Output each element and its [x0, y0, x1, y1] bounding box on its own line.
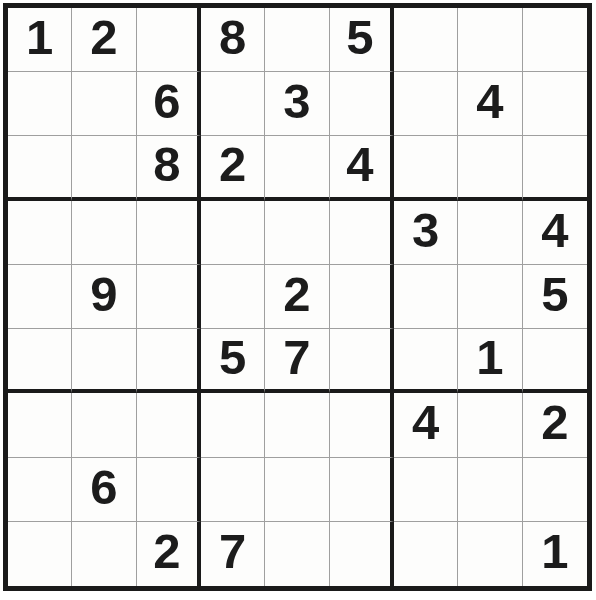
cell-r9c7[interactable] — [394, 522, 458, 586]
cell-r3c9[interactable] — [523, 136, 587, 200]
cell-r6c8[interactable]: 1 — [458, 329, 522, 393]
cell-r3c4[interactable]: 2 — [201, 136, 265, 200]
cell-r4c4[interactable] — [201, 201, 265, 265]
cell-r7c5[interactable] — [265, 393, 329, 457]
cell-r5c3[interactable] — [137, 265, 201, 329]
cell-r1c5[interactable] — [265, 8, 329, 72]
cell-r5c8[interactable] — [458, 265, 522, 329]
cell-r1c1[interactable]: 1 — [8, 8, 72, 72]
cell-r7c1[interactable] — [8, 393, 72, 457]
cell-r1c6[interactable]: 5 — [330, 8, 394, 72]
cell-r9c3[interactable]: 2 — [137, 522, 201, 586]
cell-r2c1[interactable] — [8, 72, 72, 136]
cell-r7c8[interactable] — [458, 393, 522, 457]
cell-r9c9[interactable]: 1 — [523, 522, 587, 586]
cell-r2c5[interactable]: 3 — [265, 72, 329, 136]
cell-r2c8[interactable]: 4 — [458, 72, 522, 136]
cell-r9c6[interactable] — [330, 522, 394, 586]
cell-r5c6[interactable] — [330, 265, 394, 329]
cell-r8c9[interactable] — [523, 458, 587, 522]
cell-r6c6[interactable] — [330, 329, 394, 393]
cell-r1c7[interactable] — [394, 8, 458, 72]
cell-r2c6[interactable] — [330, 72, 394, 136]
cell-r2c7[interactable] — [394, 72, 458, 136]
cell-r3c2[interactable] — [72, 136, 136, 200]
cell-r8c7[interactable] — [394, 458, 458, 522]
cell-r7c9[interactable]: 2 — [523, 393, 587, 457]
cell-r5c5[interactable]: 2 — [265, 265, 329, 329]
cell-r2c3[interactable]: 6 — [137, 72, 201, 136]
cell-r3c3[interactable]: 8 — [137, 136, 201, 200]
cell-r9c4[interactable]: 7 — [201, 522, 265, 586]
cell-r5c2[interactable]: 9 — [72, 265, 136, 329]
cell-r9c8[interactable] — [458, 522, 522, 586]
cell-r7c7[interactable]: 4 — [394, 393, 458, 457]
cell-r9c2[interactable] — [72, 522, 136, 586]
cell-r5c7[interactable] — [394, 265, 458, 329]
cell-r2c2[interactable] — [72, 72, 136, 136]
cell-r6c7[interactable] — [394, 329, 458, 393]
cell-r4c8[interactable] — [458, 201, 522, 265]
cell-r1c9[interactable] — [523, 8, 587, 72]
cell-r3c1[interactable] — [8, 136, 72, 200]
cell-r3c7[interactable] — [394, 136, 458, 200]
cell-r9c1[interactable] — [8, 522, 72, 586]
cell-r6c5[interactable]: 7 — [265, 329, 329, 393]
cell-r8c1[interactable] — [8, 458, 72, 522]
cell-r6c1[interactable] — [8, 329, 72, 393]
sudoku-page: 128563482434925571426271 — [0, 0, 596, 600]
cell-r7c6[interactable] — [330, 393, 394, 457]
cell-r3c8[interactable] — [458, 136, 522, 200]
cell-r8c5[interactable] — [265, 458, 329, 522]
cell-r5c4[interactable] — [201, 265, 265, 329]
cell-r5c1[interactable] — [8, 265, 72, 329]
cell-r1c3[interactable] — [137, 8, 201, 72]
cell-r2c9[interactable] — [523, 72, 587, 136]
cell-r3c6[interactable]: 4 — [330, 136, 394, 200]
cell-r6c4[interactable]: 5 — [201, 329, 265, 393]
cell-r1c4[interactable]: 8 — [201, 8, 265, 72]
cell-r4c6[interactable] — [330, 201, 394, 265]
cell-r4c2[interactable] — [72, 201, 136, 265]
cell-r1c8[interactable] — [458, 8, 522, 72]
cell-r6c2[interactable] — [72, 329, 136, 393]
cell-r8c2[interactable]: 6 — [72, 458, 136, 522]
cell-r4c5[interactable] — [265, 201, 329, 265]
cell-r2c4[interactable] — [201, 72, 265, 136]
cell-r8c6[interactable] — [330, 458, 394, 522]
cell-r6c9[interactable] — [523, 329, 587, 393]
cell-r5c9[interactable]: 5 — [523, 265, 587, 329]
cell-r3c5[interactable] — [265, 136, 329, 200]
cell-r4c3[interactable] — [137, 201, 201, 265]
cell-r8c3[interactable] — [137, 458, 201, 522]
cell-r4c7[interactable]: 3 — [394, 201, 458, 265]
cell-r9c5[interactable] — [265, 522, 329, 586]
cell-r8c8[interactable] — [458, 458, 522, 522]
cell-r8c4[interactable] — [201, 458, 265, 522]
cell-r6c3[interactable] — [137, 329, 201, 393]
cell-r7c3[interactable] — [137, 393, 201, 457]
cell-r1c2[interactable]: 2 — [72, 8, 136, 72]
cell-r4c1[interactable] — [8, 201, 72, 265]
cell-r7c2[interactable] — [72, 393, 136, 457]
sudoku-board: 128563482434925571426271 — [3, 3, 592, 591]
cell-r4c9[interactable]: 4 — [523, 201, 587, 265]
cell-r7c4[interactable] — [201, 393, 265, 457]
